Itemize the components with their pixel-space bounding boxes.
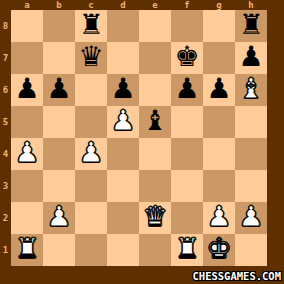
file-label-d: d [107, 0, 139, 10]
black-bishop-piece: ♝ [142, 105, 167, 137]
rank-label-2: 2 [0, 202, 11, 234]
white-pawn-piece: ♟ [110, 105, 135, 137]
white-pawn-piece: ♟ [206, 201, 231, 233]
square-d5[interactable]: ♟ [107, 106, 139, 138]
square-h3[interactable] [235, 170, 267, 202]
square-d4[interactable] [107, 138, 139, 170]
square-a6[interactable]: ♟ [11, 74, 43, 106]
square-c2[interactable] [75, 202, 107, 234]
site-brand-label: CHESSGAMES.COM [192, 270, 281, 282]
square-c8[interactable]: ♜ [75, 10, 107, 42]
black-pawn-piece: ♟ [238, 41, 263, 73]
square-g4[interactable] [203, 138, 235, 170]
square-d6[interactable]: ♟ [107, 74, 139, 106]
square-b2[interactable]: ♟ [43, 202, 75, 234]
square-c3[interactable] [75, 170, 107, 202]
square-b6[interactable]: ♟ [43, 74, 75, 106]
square-h8[interactable]: ♜ [235, 10, 267, 42]
black-pawn-piece: ♟ [46, 73, 71, 105]
file-label-a: a [11, 0, 43, 10]
square-h2[interactable]: ♟ [235, 202, 267, 234]
white-pawn-piece: ♟ [46, 201, 71, 233]
black-pawn-piece: ♟ [174, 73, 199, 105]
square-f2[interactable] [171, 202, 203, 234]
square-d8[interactable] [107, 10, 139, 42]
square-f6[interactable]: ♟ [171, 74, 203, 106]
rank-label-5: 5 [0, 106, 11, 138]
rank-label-4: 4 [0, 138, 11, 170]
square-g7[interactable] [203, 42, 235, 74]
board: ♜♜♛♚♟♟♟♟♟♟♝♟♝♟♟♟♛♟♟♜♜♚ [11, 10, 267, 266]
file-label-g: g [203, 0, 235, 10]
square-b5[interactable] [43, 106, 75, 138]
square-f3[interactable] [171, 170, 203, 202]
rank-label-1: 1 [0, 234, 11, 266]
rank-label-3: 3 [0, 170, 11, 202]
black-pawn-piece: ♟ [206, 73, 231, 105]
white-pawn-piece: ♟ [78, 137, 103, 169]
white-pawn-piece: ♟ [238, 201, 263, 233]
square-h5[interactable] [235, 106, 267, 138]
square-e4[interactable] [139, 138, 171, 170]
square-g5[interactable] [203, 106, 235, 138]
square-b4[interactable] [43, 138, 75, 170]
file-label-f: f [171, 0, 203, 10]
square-d3[interactable] [107, 170, 139, 202]
black-rook-piece: ♜ [78, 9, 103, 41]
white-pawn-piece: ♟ [14, 137, 39, 169]
square-h1[interactable] [235, 234, 267, 266]
square-e6[interactable] [139, 74, 171, 106]
square-d1[interactable] [107, 234, 139, 266]
square-f1[interactable]: ♜ [171, 234, 203, 266]
square-b8[interactable] [43, 10, 75, 42]
square-e2[interactable]: ♛ [139, 202, 171, 234]
black-queen-piece: ♛ [78, 41, 103, 73]
square-c7[interactable]: ♛ [75, 42, 107, 74]
file-labels: abcdefgh [11, 0, 267, 10]
chess-diagram: abcdefgh 87654321 ♜♜♛♚♟♟♟♟♟♟♝♟♝♟♟♟♛♟♟♜♜♚… [0, 0, 284, 284]
square-a1[interactable]: ♜ [11, 234, 43, 266]
square-a8[interactable] [11, 10, 43, 42]
square-a3[interactable] [11, 170, 43, 202]
square-h6[interactable]: ♝ [235, 74, 267, 106]
white-queen-piece: ♛ [142, 201, 167, 233]
rank-label-7: 7 [0, 42, 11, 74]
square-g8[interactable] [203, 10, 235, 42]
square-h4[interactable] [235, 138, 267, 170]
black-rook-piece: ♜ [238, 9, 263, 41]
square-a2[interactable] [11, 202, 43, 234]
square-c6[interactable] [75, 74, 107, 106]
black-pawn-piece: ♟ [14, 73, 39, 105]
square-a4[interactable]: ♟ [11, 138, 43, 170]
rank-label-6: 6 [0, 74, 11, 106]
white-king-piece: ♚ [206, 233, 231, 265]
square-a5[interactable] [11, 106, 43, 138]
file-label-b: b [43, 0, 75, 10]
square-f4[interactable] [171, 138, 203, 170]
square-f8[interactable] [171, 10, 203, 42]
file-label-e: e [139, 0, 171, 10]
black-king-piece: ♚ [174, 41, 199, 73]
white-rook-piece: ♜ [174, 233, 199, 265]
white-rook-piece: ♜ [14, 233, 39, 265]
square-g3[interactable] [203, 170, 235, 202]
square-g2[interactable]: ♟ [203, 202, 235, 234]
rank-label-8: 8 [0, 10, 11, 42]
square-a7[interactable] [11, 42, 43, 74]
square-f7[interactable]: ♚ [171, 42, 203, 74]
square-e7[interactable] [139, 42, 171, 74]
rank-labels: 87654321 [0, 10, 11, 266]
black-pawn-piece: ♟ [110, 73, 135, 105]
square-e5[interactable]: ♝ [139, 106, 171, 138]
square-g1[interactable]: ♚ [203, 234, 235, 266]
square-d2[interactable] [107, 202, 139, 234]
white-bishop-piece: ♝ [238, 73, 263, 105]
square-d7[interactable] [107, 42, 139, 74]
square-h7[interactable]: ♟ [235, 42, 267, 74]
square-c4[interactable]: ♟ [75, 138, 107, 170]
square-e3[interactable] [139, 170, 171, 202]
square-b3[interactable] [43, 170, 75, 202]
square-f5[interactable] [171, 106, 203, 138]
square-c5[interactable] [75, 106, 107, 138]
square-b1[interactable] [43, 234, 75, 266]
square-e8[interactable] [139, 10, 171, 42]
square-g6[interactable]: ♟ [203, 74, 235, 106]
square-c1[interactable] [75, 234, 107, 266]
square-e1[interactable] [139, 234, 171, 266]
square-b7[interactable] [43, 42, 75, 74]
